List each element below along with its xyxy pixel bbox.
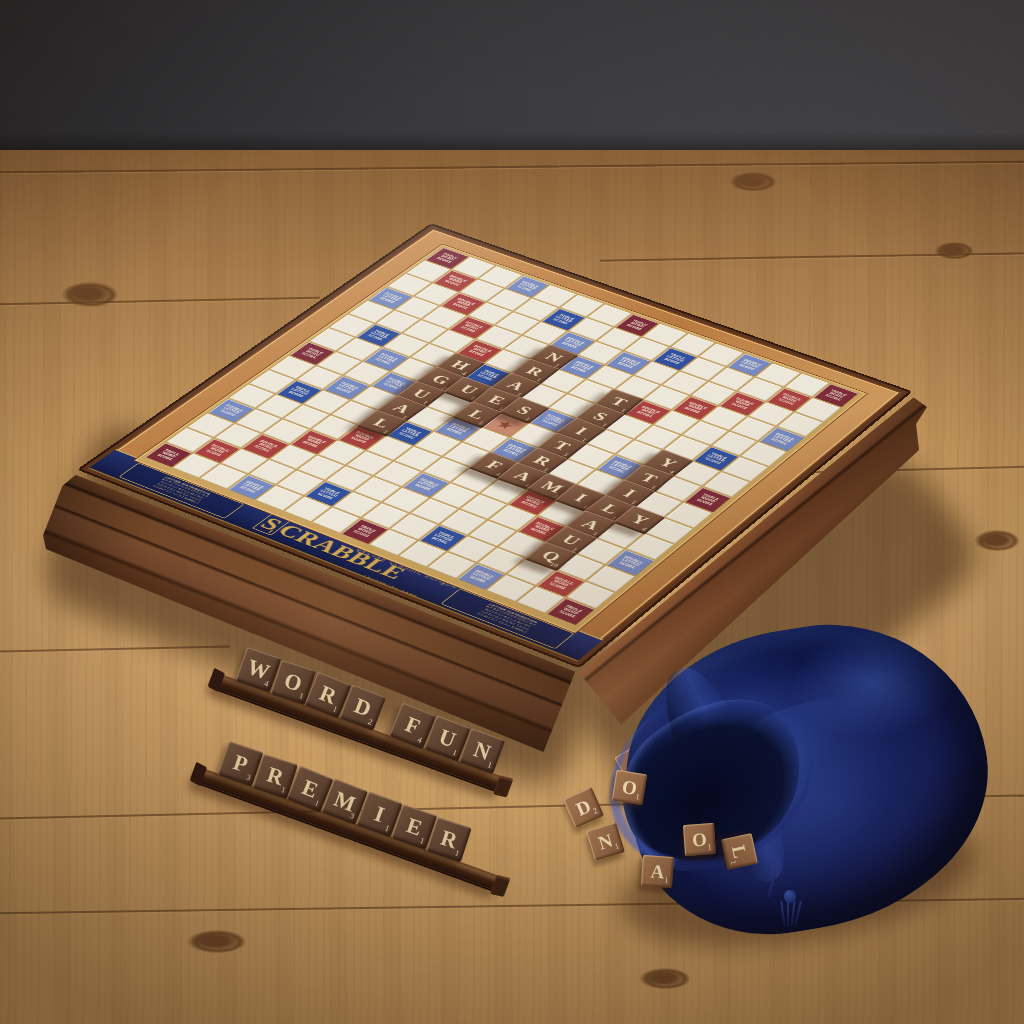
bag-tile-A[interactable]: A1 <box>641 855 674 888</box>
bag-tile-L[interactable]: L1 <box>721 833 758 870</box>
bag-tile-O[interactable]: O1 <box>612 770 647 805</box>
bag-tile-O[interactable]: O1 <box>683 823 716 856</box>
wood-knot <box>975 530 1021 552</box>
wood-knot <box>935 242 975 260</box>
wood-knot <box>188 930 248 954</box>
wood-knot <box>62 282 120 308</box>
wood-knot <box>730 172 778 192</box>
tile-bag-area: D2O1N1A1O1L1 <box>600 620 1020 1020</box>
background-wall <box>0 0 1024 158</box>
spilled-tiles: D2O1N1A1O1L1 <box>600 620 1020 1020</box>
